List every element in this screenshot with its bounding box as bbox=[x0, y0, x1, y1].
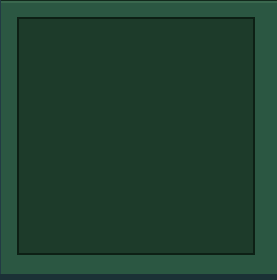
file-labels bbox=[17, 255, 255, 272]
chess-board bbox=[17, 17, 255, 255]
rank-labels bbox=[0, 17, 16, 255]
window-bottom-strip bbox=[0, 274, 277, 280]
chess-app-window bbox=[0, 0, 277, 280]
window-top-edge bbox=[0, 0, 277, 3]
